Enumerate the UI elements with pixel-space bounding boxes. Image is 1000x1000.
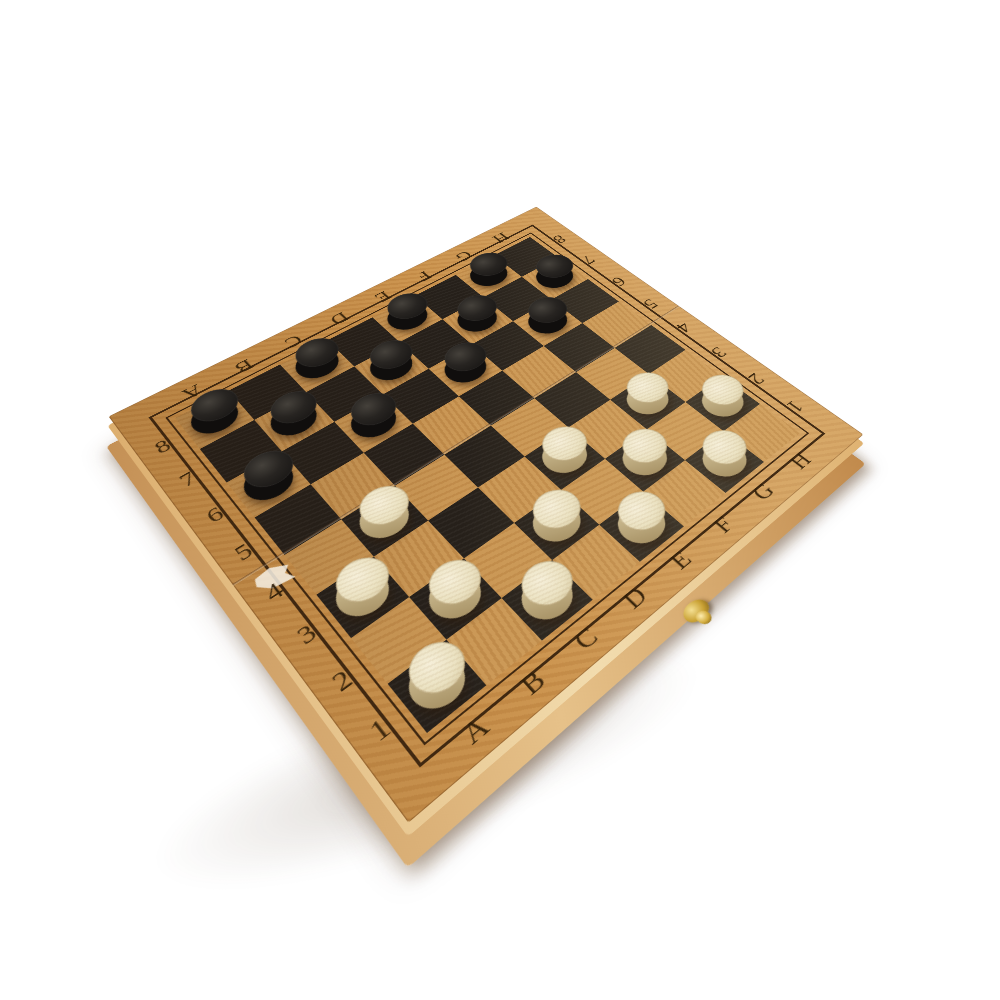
game-board: AABBCCDDEEFFGGHH1122334455667788 [109, 207, 864, 823]
file-label-e-near: E [664, 545, 697, 574]
photo-stage: AABBCCDDEEFFGGHH1122334455667788 [0, 0, 1000, 1000]
file-label-h-near: H [784, 448, 817, 473]
